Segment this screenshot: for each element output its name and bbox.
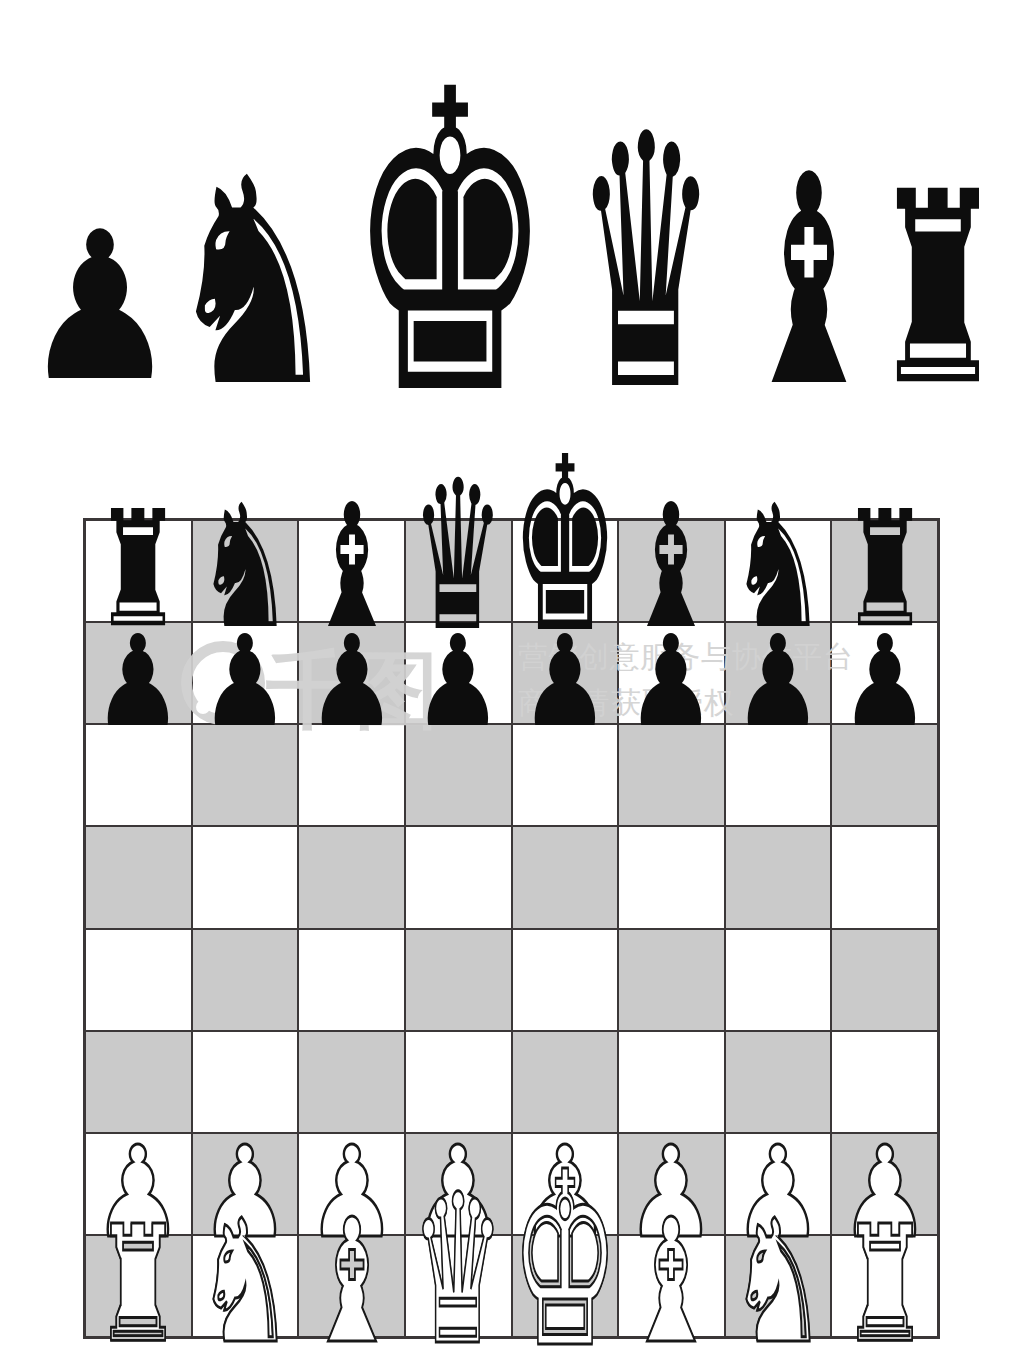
legend-king-silhouette: ♚	[348, 37, 553, 452]
square-d5	[405, 826, 512, 928]
square-e8: ♚	[512, 520, 619, 622]
square-b4	[192, 929, 299, 1031]
square-h4	[831, 929, 938, 1031]
piece-a1-white-rook: ♜	[95, 1205, 181, 1365]
piece-e7-black-pawn: ♟	[520, 619, 610, 745]
square-g3	[725, 1031, 832, 1133]
piece-g7-black-pawn: ♟	[733, 619, 823, 745]
square-f1: ♝	[618, 1235, 725, 1337]
square-g8: ♞	[725, 520, 832, 622]
square-a3	[85, 1031, 192, 1133]
square-d3	[405, 1031, 512, 1133]
legend-knight-silhouette: ♞	[164, 141, 343, 426]
legend-pawn-silhouette: ♟	[22, 205, 178, 410]
square-g4	[725, 929, 832, 1031]
square-b3	[192, 1031, 299, 1133]
piece-h7-black-pawn: ♟	[840, 619, 930, 745]
square-a5	[85, 826, 192, 928]
piece-b7-black-pawn: ♟	[200, 619, 290, 745]
square-b8: ♞	[192, 520, 299, 622]
square-h1: ♜	[831, 1235, 938, 1337]
piece-c7-black-pawn: ♟	[306, 619, 396, 745]
legend-rook-silhouette: ♜	[873, 157, 1004, 422]
square-e3	[512, 1031, 619, 1133]
square-f8: ♝	[618, 520, 725, 622]
square-c8: ♝	[298, 520, 405, 622]
piece-d7-black-pawn: ♟	[413, 619, 503, 745]
piece-g1-white-knight: ♞	[729, 1197, 828, 1365]
piece-a7-black-pawn: ♟	[93, 619, 183, 745]
square-g5	[725, 826, 832, 928]
square-a1: ♜	[85, 1235, 192, 1337]
square-b1: ♞	[192, 1235, 299, 1337]
square-a8: ♜	[85, 520, 192, 622]
piece-e1-white-king: ♚	[511, 1140, 619, 1365]
square-e4	[512, 929, 619, 1031]
square-f7: ♟	[618, 622, 725, 724]
square-d8: ♛	[405, 520, 512, 622]
piece-f7-black-pawn: ♟	[626, 619, 716, 745]
square-c5	[298, 826, 405, 928]
square-b5	[192, 826, 299, 928]
piece-c1-white-bishop: ♝	[306, 1196, 398, 1365]
piece-f1-white-bishop: ♝	[625, 1196, 717, 1365]
square-d7: ♟	[405, 622, 512, 724]
square-f3	[618, 1031, 725, 1133]
square-a7: ♟	[85, 622, 192, 724]
square-e7: ♟	[512, 622, 619, 724]
piece-d1-white-queen: ♛	[412, 1167, 505, 1365]
square-c7: ♟	[298, 622, 405, 724]
square-b7: ♟	[192, 622, 299, 724]
square-e1: ♚	[512, 1235, 619, 1337]
square-c1: ♝	[298, 1235, 405, 1337]
square-f4	[618, 929, 725, 1031]
square-f5	[618, 826, 725, 928]
piece-h1-white-rook: ♜	[842, 1205, 928, 1365]
legend-bishop-silhouette: ♝	[738, 137, 881, 427]
square-e5	[512, 826, 619, 928]
square-d4	[405, 929, 512, 1031]
square-g1: ♞	[725, 1235, 832, 1337]
square-a4	[85, 929, 192, 1031]
square-h5	[831, 826, 938, 928]
square-d1: ♛	[405, 1235, 512, 1337]
square-c3	[298, 1031, 405, 1133]
piece-b1-white-knight: ♞	[195, 1197, 294, 1365]
piece-legend: ♟♞♚♛♝♜	[0, 0, 1024, 372]
chess-board: ♜♞♝♛♚♝♞♜♟♟♟♟♟♟♟♟♟♟♟♟♟♟♟♟♜♞♝♛♚♝♞♜	[83, 518, 940, 1339]
square-g7: ♟	[725, 622, 832, 724]
square-c4	[298, 929, 405, 1031]
square-h8: ♜	[831, 520, 938, 622]
square-h3	[831, 1031, 938, 1133]
chess-illustration-page: ♟♞♚♛♝♜ ♜♞♝♛♚♝♞♜♟♟♟♟♟♟♟♟♟♟♟♟♟♟♟♟♜♞♝♛♚♝♞♜ …	[0, 0, 1024, 1365]
legend-queen-silhouette: ♛	[575, 89, 716, 439]
square-h7: ♟	[831, 622, 938, 724]
